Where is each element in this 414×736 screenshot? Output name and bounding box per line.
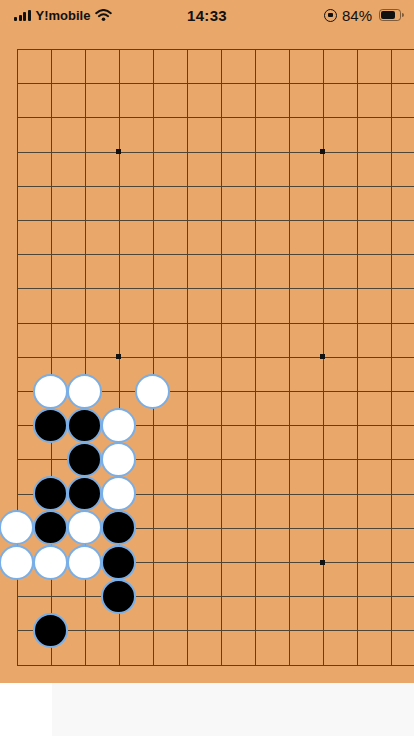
board-grid-hline	[17, 357, 414, 358]
black-stone	[67, 442, 102, 477]
white-stone	[67, 510, 102, 545]
white-stone	[101, 476, 136, 511]
bottom-bar-left-panel	[0, 683, 52, 736]
white-stone	[67, 374, 102, 409]
black-stone	[33, 408, 68, 443]
white-stone	[135, 374, 170, 409]
star-point	[320, 560, 325, 565]
board-grid-hline	[17, 152, 414, 153]
black-stone	[101, 579, 136, 614]
board-grid-hline	[17, 83, 414, 84]
white-stone	[33, 374, 68, 409]
star-point	[116, 149, 121, 154]
black-stone	[101, 510, 136, 545]
board-grid-hline	[17, 220, 414, 221]
board-grid-hline	[17, 665, 414, 666]
star-point	[116, 354, 121, 359]
board-grid-hline	[17, 186, 414, 187]
status-bar: Y!mobile 14:33 84%	[0, 0, 414, 30]
black-stone	[33, 510, 68, 545]
bottom-bar-right-panel	[52, 683, 414, 736]
white-stone	[101, 442, 136, 477]
white-stone	[0, 545, 34, 580]
battery-icon	[379, 9, 404, 21]
star-point	[320, 149, 325, 154]
black-stone	[33, 476, 68, 511]
board-grid-hline	[17, 288, 414, 289]
board-grid-hline	[17, 117, 414, 118]
phone-screen: Y!mobile 14:33 84%	[0, 0, 414, 736]
status-bar-right: 84%	[324, 7, 414, 24]
white-stone	[67, 545, 102, 580]
white-stone	[101, 408, 136, 443]
star-point	[320, 354, 325, 359]
black-stone	[67, 476, 102, 511]
carrier-label: Y!mobile	[36, 8, 91, 23]
black-stone	[101, 545, 136, 580]
rotation-lock-icon	[324, 9, 337, 22]
battery-percent-label: 84%	[342, 7, 372, 24]
board-grid-hline	[17, 323, 414, 324]
board-grid-hline	[17, 596, 414, 597]
signal-strength-icon	[14, 10, 31, 21]
go-board[interactable]	[0, 0, 414, 683]
black-stone	[33, 613, 68, 648]
board-grid-hline	[17, 49, 414, 50]
board-grid-hline	[17, 254, 414, 255]
white-stone	[0, 510, 34, 545]
status-bar-left: Y!mobile	[0, 8, 112, 23]
white-stone	[33, 545, 68, 580]
board-grid-vline	[357, 49, 358, 665]
board-grid-hline	[17, 630, 414, 631]
wifi-icon	[95, 9, 112, 21]
black-stone	[67, 408, 102, 443]
board-grid-vline	[391, 49, 392, 665]
